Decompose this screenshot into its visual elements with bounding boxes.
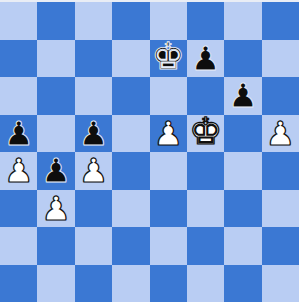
square-e3[interactable] — [150, 190, 187, 228]
square-a2[interactable] — [0, 227, 37, 265]
square-a8[interactable] — [0, 2, 37, 40]
square-d2[interactable] — [112, 227, 149, 265]
square-g6[interactable]: ♟ — [224, 77, 261, 115]
square-d4[interactable] — [112, 152, 149, 190]
square-g1[interactable] — [224, 265, 261, 302]
square-a4[interactable]: ♟ — [0, 152, 37, 190]
board-frame: ♚♟♟♟♟♟♚♟♟♟♟♟ — [0, 0, 299, 302]
square-c3[interactable] — [75, 190, 112, 228]
square-b4[interactable]: ♟ — [37, 152, 74, 190]
square-h4[interactable] — [262, 152, 299, 190]
square-h6[interactable] — [262, 77, 299, 115]
square-f3[interactable] — [187, 190, 224, 228]
square-b2[interactable] — [37, 227, 74, 265]
square-g4[interactable] — [224, 152, 261, 190]
piece-black-pawn[interactable]: ♟ — [41, 154, 71, 187]
square-d3[interactable] — [112, 190, 149, 228]
square-d7[interactable] — [112, 40, 149, 78]
square-d1[interactable] — [112, 265, 149, 302]
square-f6[interactable] — [187, 77, 224, 115]
square-d8[interactable] — [112, 2, 149, 40]
square-f7[interactable]: ♟ — [187, 40, 224, 78]
piece-white-pawn[interactable]: ♟ — [41, 192, 71, 225]
square-b6[interactable] — [37, 77, 74, 115]
square-a6[interactable] — [0, 77, 37, 115]
square-a7[interactable] — [0, 40, 37, 78]
square-c4[interactable]: ♟ — [75, 152, 112, 190]
square-e6[interactable] — [150, 77, 187, 115]
square-b1[interactable] — [37, 265, 74, 302]
square-h3[interactable] — [262, 190, 299, 228]
piece-black-pawn[interactable]: ♟ — [79, 117, 109, 150]
square-a3[interactable] — [0, 190, 37, 228]
square-g7[interactable] — [224, 40, 261, 78]
square-e7[interactable]: ♚ — [150, 40, 187, 78]
square-g8[interactable] — [224, 2, 261, 40]
piece-white-pawn[interactable]: ♟ — [153, 117, 183, 150]
square-f5[interactable]: ♚ — [187, 115, 224, 153]
square-a5[interactable]: ♟ — [0, 115, 37, 153]
square-f1[interactable] — [187, 265, 224, 302]
piece-black-pawn[interactable]: ♟ — [191, 42, 221, 75]
piece-white-pawn[interactable]: ♟ — [4, 154, 34, 187]
square-f4[interactable] — [187, 152, 224, 190]
piece-white-king[interactable]: ♚ — [189, 113, 222, 150]
piece-black-pawn[interactable]: ♟ — [228, 79, 258, 112]
piece-white-pawn[interactable]: ♟ — [79, 154, 109, 187]
square-e4[interactable] — [150, 152, 187, 190]
square-b3[interactable]: ♟ — [37, 190, 74, 228]
square-c5[interactable]: ♟ — [75, 115, 112, 153]
square-g3[interactable] — [224, 190, 261, 228]
square-c7[interactable] — [75, 40, 112, 78]
square-d5[interactable] — [112, 115, 149, 153]
square-c8[interactable] — [75, 2, 112, 40]
piece-black-pawn[interactable]: ♟ — [4, 117, 34, 150]
piece-black-king[interactable]: ♚ — [152, 38, 185, 75]
square-e8[interactable] — [150, 2, 187, 40]
square-h5[interactable]: ♟ — [262, 115, 299, 153]
piece-white-pawn[interactable]: ♟ — [266, 117, 296, 150]
square-g5[interactable] — [224, 115, 261, 153]
square-c1[interactable] — [75, 265, 112, 302]
square-g2[interactable] — [224, 227, 261, 265]
chess-board: ♚♟♟♟♟♟♚♟♟♟♟♟ — [0, 2, 299, 302]
square-b7[interactable] — [37, 40, 74, 78]
square-f8[interactable] — [187, 2, 224, 40]
square-c2[interactable] — [75, 227, 112, 265]
square-c6[interactable] — [75, 77, 112, 115]
square-a1[interactable] — [0, 265, 37, 302]
square-h2[interactable] — [262, 227, 299, 265]
square-d6[interactable] — [112, 77, 149, 115]
square-b8[interactable] — [37, 2, 74, 40]
square-e1[interactable] — [150, 265, 187, 302]
square-e2[interactable] — [150, 227, 187, 265]
square-e5[interactable]: ♟ — [150, 115, 187, 153]
square-h1[interactable] — [262, 265, 299, 302]
square-h7[interactable] — [262, 40, 299, 78]
square-f2[interactable] — [187, 227, 224, 265]
square-b5[interactable] — [37, 115, 74, 153]
square-h8[interactable] — [262, 2, 299, 40]
